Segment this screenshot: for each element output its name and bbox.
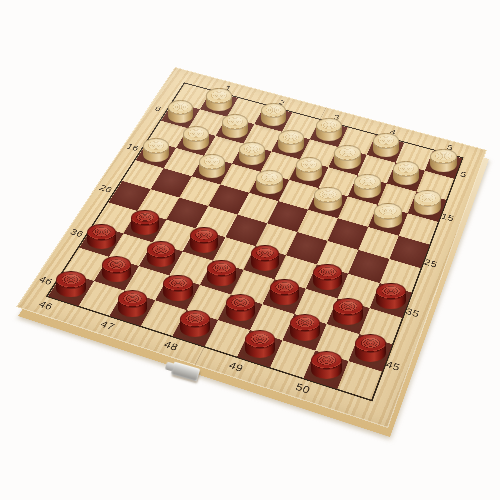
product-photo-stage: 123454647484950616263646515253545 — [0, 0, 500, 500]
checker-piece-white — [334, 145, 361, 169]
piece-top-face — [311, 351, 342, 370]
notation-label: 25 — [423, 257, 439, 269]
checker-piece-red — [313, 264, 342, 290]
piece-top-face — [414, 190, 441, 207]
notation-label: 46 — [37, 299, 55, 312]
checker-piece-red — [163, 275, 193, 302]
checker-piece-red — [131, 210, 159, 235]
piece-top-face — [314, 187, 341, 204]
notation-label: 5 — [459, 170, 468, 179]
checker-piece-red — [207, 260, 236, 286]
piece-top-face — [226, 294, 256, 312]
piece-top-face — [333, 298, 363, 316]
checker-piece-white — [261, 103, 287, 126]
notation-label: 50 — [294, 381, 312, 395]
checker-piece-red — [102, 256, 131, 282]
checker-piece-red — [355, 334, 386, 362]
checker-piece-white — [222, 114, 248, 137]
checker-piece-white — [316, 118, 342, 141]
notation-label: 45 — [384, 359, 401, 373]
piece-top-face — [393, 161, 420, 177]
piece-top-face — [183, 126, 209, 142]
checker-piece-red — [190, 227, 218, 253]
checker-piece-red — [251, 245, 280, 271]
piece-top-face — [163, 275, 193, 293]
checker-piece-white — [168, 100, 194, 123]
checker-piece-red — [333, 298, 363, 325]
checker-piece-white — [430, 149, 457, 173]
checker-piece-white — [206, 88, 231, 111]
piece-top-face — [168, 100, 194, 115]
notation-label: 47 — [99, 319, 117, 332]
notation-label: 48 — [162, 339, 180, 352]
piece-top-face — [374, 203, 402, 220]
piece-top-face — [373, 133, 399, 149]
piece-top-face — [290, 314, 320, 332]
checker-piece-white — [278, 130, 304, 154]
piece-top-face — [316, 118, 342, 134]
checker-piece-white — [143, 138, 170, 162]
piece-top-face — [245, 330, 276, 348]
checker-piece-white — [393, 161, 420, 185]
checker-piece-white — [183, 126, 209, 150]
piece-top-face — [87, 224, 115, 241]
checker-piece-red — [56, 271, 86, 298]
checker-piece-red — [87, 224, 115, 250]
piece-top-face — [206, 88, 231, 103]
piece-top-face — [313, 264, 342, 282]
checker-piece-red — [311, 351, 342, 379]
checker-piece-white — [373, 133, 399, 157]
checker-piece-white — [354, 174, 381, 198]
checker-piece-red — [180, 310, 210, 337]
piece-top-face — [278, 130, 304, 146]
piece-top-face — [334, 145, 361, 161]
checker-piece-white — [199, 154, 226, 178]
piece-top-face — [355, 334, 386, 352]
piece-top-face — [147, 241, 176, 258]
checker-piece-red — [226, 294, 256, 321]
checker-piece-red — [118, 290, 148, 317]
piece-top-face — [199, 154, 226, 170]
checker-piece-red — [147, 241, 176, 267]
checker-piece-red — [376, 283, 406, 310]
notation-label: 15 — [440, 212, 455, 223]
piece-top-face — [102, 256, 131, 274]
checker-piece-white — [314, 187, 341, 212]
piece-top-face — [143, 138, 170, 154]
checker-piece-white — [374, 203, 402, 228]
checker-piece-white — [256, 170, 283, 194]
checker-piece-white — [414, 190, 441, 215]
checker-piece-white — [239, 142, 266, 166]
piece-top-face — [222, 114, 248, 130]
checker-piece-red — [290, 314, 320, 341]
checker-piece-white — [296, 157, 323, 181]
piece-top-face — [56, 271, 86, 289]
notation-label: 35 — [404, 306, 420, 319]
piece-top-face — [376, 283, 406, 301]
notation-label: 6 — [153, 105, 163, 113]
checker-piece-red — [245, 330, 276, 358]
piece-top-face — [354, 174, 381, 190]
notation-label: 49 — [227, 360, 245, 374]
checker-piece-red — [270, 279, 300, 306]
piece-top-face — [430, 149, 457, 165]
